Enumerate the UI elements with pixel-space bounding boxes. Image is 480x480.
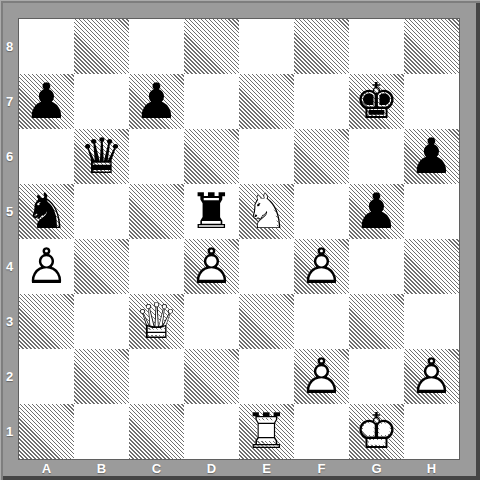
piece-black-pawn[interactable]: ♟ (129, 74, 184, 129)
square-c7[interactable]: ♟ (129, 74, 184, 129)
piece-black-pawn[interactable]: ♟ (349, 184, 404, 239)
chess-diagram-frame: 87654321 ♟♟♚♛♟♞♜♞♘♟♟♙♟♙♟♙♛♕♟♙♟♙♜♖♚♔ ABCD… (0, 0, 480, 480)
file-label-a: A (19, 460, 74, 477)
square-h3[interactable] (404, 294, 459, 349)
white-pawn-outline-glyph: ♙ (184, 239, 239, 294)
square-h2[interactable]: ♟♙ (404, 349, 459, 404)
rank-label-2: 2 (0, 349, 19, 404)
piece-black-pawn[interactable]: ♟ (19, 74, 74, 129)
square-f7[interactable] (294, 74, 349, 129)
square-c2[interactable] (129, 349, 184, 404)
square-a6[interactable] (19, 129, 74, 184)
square-h8[interactable] (404, 19, 459, 74)
square-e4[interactable] (239, 239, 294, 294)
square-d2[interactable] (184, 349, 239, 404)
square-e6[interactable] (239, 129, 294, 184)
square-f2[interactable]: ♟♙ (294, 349, 349, 404)
file-label-f: F (294, 460, 349, 477)
square-d8[interactable] (184, 19, 239, 74)
square-f8[interactable] (294, 19, 349, 74)
rank-label-3: 3 (0, 294, 19, 349)
square-c1[interactable] (129, 404, 184, 459)
square-d5[interactable]: ♜ (184, 184, 239, 239)
rank-label-5: 5 (0, 184, 19, 239)
square-e8[interactable] (239, 19, 294, 74)
square-b7[interactable] (74, 74, 129, 129)
square-b6[interactable]: ♛ (74, 129, 129, 184)
black-pawn-glyph: ♟ (129, 74, 184, 129)
piece-white-pawn[interactable]: ♟♙ (19, 239, 74, 294)
black-pawn-glyph: ♟ (404, 129, 459, 184)
square-h7[interactable] (404, 74, 459, 129)
square-e3[interactable] (239, 294, 294, 349)
square-a5[interactable]: ♞ (19, 184, 74, 239)
square-a8[interactable] (19, 19, 74, 74)
white-knight-outline-glyph: ♘ (239, 184, 294, 239)
white-pawn-outline-glyph: ♙ (19, 239, 74, 294)
square-e2[interactable] (239, 349, 294, 404)
square-a3[interactable] (19, 294, 74, 349)
square-c4[interactable] (129, 239, 184, 294)
square-h1[interactable] (404, 404, 459, 459)
black-pawn-glyph: ♟ (349, 184, 404, 239)
square-g3[interactable] (349, 294, 404, 349)
piece-black-queen[interactable]: ♛ (74, 129, 129, 184)
square-b1[interactable] (74, 404, 129, 459)
square-f4[interactable]: ♟♙ (294, 239, 349, 294)
black-rook-glyph: ♜ (184, 184, 239, 239)
square-b4[interactable] (74, 239, 129, 294)
square-d4[interactable]: ♟♙ (184, 239, 239, 294)
square-a4[interactable]: ♟♙ (19, 239, 74, 294)
chess-board: ♟♟♚♛♟♞♜♞♘♟♟♙♟♙♟♙♛♕♟♙♟♙♜♖♚♔ (19, 19, 459, 459)
square-a1[interactable] (19, 404, 74, 459)
piece-white-pawn[interactable]: ♟♙ (294, 239, 349, 294)
square-g7[interactable]: ♚ (349, 74, 404, 129)
square-b5[interactable] (74, 184, 129, 239)
square-a7[interactable]: ♟ (19, 74, 74, 129)
square-g2[interactable] (349, 349, 404, 404)
rank-label-6: 6 (0, 129, 19, 184)
file-labels: ABCDEFGH (19, 460, 459, 477)
black-queen-glyph: ♛ (74, 129, 129, 184)
piece-white-pawn[interactable]: ♟♙ (294, 349, 349, 404)
piece-white-pawn[interactable]: ♟♙ (184, 239, 239, 294)
square-f5[interactable] (294, 184, 349, 239)
file-label-d: D (184, 460, 239, 477)
square-c8[interactable] (129, 19, 184, 74)
white-pawn-outline-glyph: ♙ (294, 349, 349, 404)
piece-white-king[interactable]: ♚♔ (349, 404, 404, 459)
square-f3[interactable] (294, 294, 349, 349)
white-pawn-outline-glyph: ♙ (404, 349, 459, 404)
piece-white-pawn[interactable]: ♟♙ (404, 349, 459, 404)
square-b3[interactable] (74, 294, 129, 349)
square-f6[interactable] (294, 129, 349, 184)
square-h5[interactable] (404, 184, 459, 239)
piece-black-king[interactable]: ♚ (349, 74, 404, 129)
square-g6[interactable] (349, 129, 404, 184)
square-e1[interactable]: ♜♖ (239, 404, 294, 459)
black-pawn-glyph: ♟ (19, 74, 74, 129)
square-b2[interactable] (74, 349, 129, 404)
square-h4[interactable] (404, 239, 459, 294)
square-a2[interactable] (19, 349, 74, 404)
rank-label-1: 1 (0, 404, 19, 459)
square-d7[interactable] (184, 74, 239, 129)
piece-black-rook[interactable]: ♜ (184, 184, 239, 239)
square-b8[interactable] (74, 19, 129, 74)
file-label-c: C (129, 460, 184, 477)
square-c6[interactable] (129, 129, 184, 184)
square-e7[interactable] (239, 74, 294, 129)
rank-label-4: 4 (0, 239, 19, 294)
square-g4[interactable] (349, 239, 404, 294)
square-d3[interactable] (184, 294, 239, 349)
black-knight-glyph: ♞ (19, 184, 74, 239)
white-rook-outline-glyph: ♖ (239, 404, 294, 459)
square-g5[interactable]: ♟ (349, 184, 404, 239)
piece-black-pawn[interactable]: ♟ (404, 129, 459, 184)
square-e5[interactable]: ♞♘ (239, 184, 294, 239)
rank-labels: 87654321 (0, 19, 19, 459)
piece-black-knight[interactable]: ♞ (19, 184, 74, 239)
file-label-g: G (349, 460, 404, 477)
white-pawn-outline-glyph: ♙ (294, 239, 349, 294)
square-g1[interactable]: ♚♔ (349, 404, 404, 459)
piece-white-knight[interactable]: ♞♘ (239, 184, 294, 239)
piece-white-queen[interactable]: ♛♕ (129, 294, 184, 349)
black-king-glyph: ♚ (349, 74, 404, 129)
square-d1[interactable] (184, 404, 239, 459)
square-f1[interactable] (294, 404, 349, 459)
white-queen-outline-glyph: ♕ (129, 294, 184, 349)
square-h6[interactable]: ♟ (404, 129, 459, 184)
white-king-outline-glyph: ♔ (349, 404, 404, 459)
rank-label-7: 7 (0, 74, 19, 129)
rank-label-8: 8 (0, 19, 19, 74)
file-label-e: E (239, 460, 294, 477)
file-label-h: H (404, 460, 459, 477)
square-d6[interactable] (184, 129, 239, 184)
piece-white-rook[interactable]: ♜♖ (239, 404, 294, 459)
file-label-b: B (74, 460, 129, 477)
square-c5[interactable] (129, 184, 184, 239)
square-c3[interactable]: ♛♕ (129, 294, 184, 349)
square-g8[interactable] (349, 19, 404, 74)
